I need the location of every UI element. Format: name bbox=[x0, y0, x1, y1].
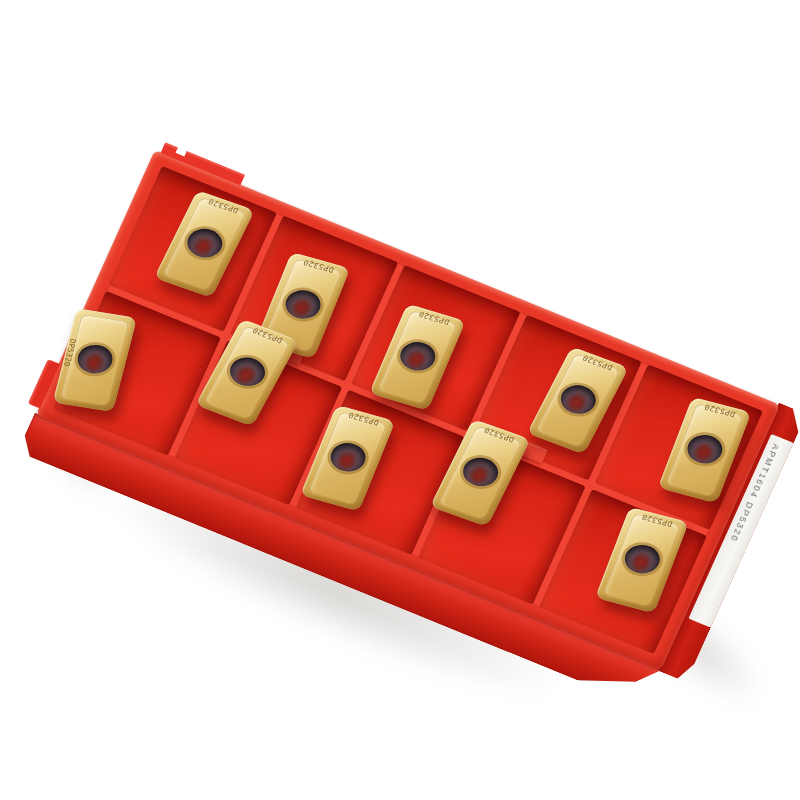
product-photo: APMT1604 DP5320 bbox=[0, 0, 800, 800]
insert-box: APMT1604 DP5320 bbox=[36, 150, 780, 670]
